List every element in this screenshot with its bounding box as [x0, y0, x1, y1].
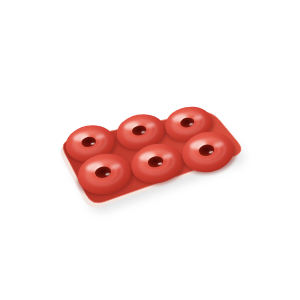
product-photo	[0, 0, 300, 300]
photo-background	[0, 0, 300, 300]
